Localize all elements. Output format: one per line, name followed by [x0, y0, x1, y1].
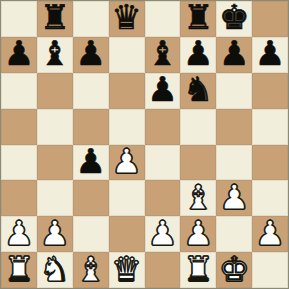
chess-board[interactable]: ♜♛♜♚♟♝♟♝♟♟♟♟♞♟♟♝♟♟♟♟♟♟♜♞♝♛♜♚: [0, 0, 289, 289]
piece-white-bishop[interactable]: ♝: [75, 252, 105, 287]
square-d1[interactable]: ♛: [109, 252, 145, 288]
square-b3[interactable]: [37, 180, 73, 216]
piece-black-king[interactable]: ♚: [219, 0, 249, 35]
square-h6[interactable]: [252, 73, 288, 109]
square-f3[interactable]: ♝: [180, 180, 216, 216]
square-h3[interactable]: [252, 180, 288, 216]
piece-white-pawn[interactable]: ♟: [111, 144, 141, 179]
piece-black-bishop[interactable]: ♝: [147, 36, 177, 71]
square-h5[interactable]: [252, 109, 288, 145]
piece-white-queen[interactable]: ♛: [111, 252, 141, 287]
square-e2[interactable]: ♟: [145, 216, 181, 252]
piece-black-bishop[interactable]: ♝: [40, 36, 70, 71]
square-a3[interactable]: [1, 180, 37, 216]
square-d7[interactable]: [109, 37, 145, 73]
square-f1[interactable]: ♜: [180, 252, 216, 288]
piece-white-pawn[interactable]: ♟: [4, 216, 34, 251]
square-c8[interactable]: [73, 1, 109, 37]
piece-black-rook[interactable]: ♜: [183, 0, 213, 35]
square-g7[interactable]: ♟: [216, 37, 252, 73]
square-h2[interactable]: ♟: [252, 216, 288, 252]
square-h8[interactable]: [252, 1, 288, 37]
square-a7[interactable]: ♟: [1, 37, 37, 73]
square-d5[interactable]: [109, 109, 145, 145]
square-b1[interactable]: ♞: [37, 252, 73, 288]
square-b5[interactable]: [37, 109, 73, 145]
square-e8[interactable]: [145, 1, 181, 37]
square-b2[interactable]: ♟: [37, 216, 73, 252]
piece-white-knight[interactable]: ♞: [40, 252, 70, 287]
square-f5[interactable]: [180, 109, 216, 145]
square-g5[interactable]: [216, 109, 252, 145]
piece-white-pawn[interactable]: ♟: [40, 216, 70, 251]
piece-black-pawn[interactable]: ♟: [255, 36, 285, 71]
piece-white-bishop[interactable]: ♝: [183, 180, 213, 215]
square-f2[interactable]: ♟: [180, 216, 216, 252]
square-c4[interactable]: ♟: [73, 145, 109, 181]
square-a6[interactable]: [1, 73, 37, 109]
square-f8[interactable]: ♜: [180, 1, 216, 37]
square-b8[interactable]: ♜: [37, 1, 73, 37]
square-c5[interactable]: [73, 109, 109, 145]
piece-black-knight[interactable]: ♞: [183, 72, 213, 107]
square-c7[interactable]: ♟: [73, 37, 109, 73]
square-e4[interactable]: [145, 145, 181, 181]
piece-black-rook[interactable]: ♜: [40, 0, 70, 35]
square-h1[interactable]: [252, 252, 288, 288]
square-b4[interactable]: [37, 145, 73, 181]
square-e1[interactable]: [145, 252, 181, 288]
square-e5[interactable]: [145, 109, 181, 145]
square-a2[interactable]: ♟: [1, 216, 37, 252]
square-g6[interactable]: [216, 73, 252, 109]
piece-black-queen[interactable]: ♛: [111, 0, 141, 35]
square-e6[interactable]: ♟: [145, 73, 181, 109]
piece-white-pawn[interactable]: ♟: [219, 180, 249, 215]
square-f6[interactable]: ♞: [180, 73, 216, 109]
square-g2[interactable]: [216, 216, 252, 252]
square-f7[interactable]: ♟: [180, 37, 216, 73]
piece-white-pawn[interactable]: ♟: [183, 216, 213, 251]
square-e3[interactable]: [145, 180, 181, 216]
piece-black-pawn[interactable]: ♟: [183, 36, 213, 71]
square-c6[interactable]: [73, 73, 109, 109]
square-c2[interactable]: [73, 216, 109, 252]
square-f4[interactable]: [180, 145, 216, 181]
piece-black-pawn[interactable]: ♟: [75, 36, 105, 71]
square-e7[interactable]: ♝: [145, 37, 181, 73]
piece-white-rook[interactable]: ♜: [4, 252, 34, 287]
square-d2[interactable]: [109, 216, 145, 252]
square-g3[interactable]: ♟: [216, 180, 252, 216]
piece-white-rook[interactable]: ♜: [183, 252, 213, 287]
piece-black-pawn[interactable]: ♟: [147, 72, 177, 107]
piece-black-pawn[interactable]: ♟: [219, 36, 249, 71]
square-a5[interactable]: [1, 109, 37, 145]
square-h4[interactable]: [252, 145, 288, 181]
square-b6[interactable]: [37, 73, 73, 109]
square-a8[interactable]: [1, 1, 37, 37]
square-g4[interactable]: [216, 145, 252, 181]
square-d3[interactable]: [109, 180, 145, 216]
square-g8[interactable]: ♚: [216, 1, 252, 37]
square-c1[interactable]: ♝: [73, 252, 109, 288]
square-g1[interactable]: ♚: [216, 252, 252, 288]
piece-white-king[interactable]: ♚: [219, 252, 249, 287]
square-c3[interactable]: [73, 180, 109, 216]
piece-black-pawn[interactable]: ♟: [75, 144, 105, 179]
piece-white-pawn[interactable]: ♟: [255, 216, 285, 251]
square-b7[interactable]: ♝: [37, 37, 73, 73]
piece-white-pawn[interactable]: ♟: [147, 216, 177, 251]
square-d4[interactable]: ♟: [109, 145, 145, 181]
square-d6[interactable]: [109, 73, 145, 109]
piece-black-pawn[interactable]: ♟: [4, 36, 34, 71]
square-a1[interactable]: ♜: [1, 252, 37, 288]
square-a4[interactable]: [1, 145, 37, 181]
square-d8[interactable]: ♛: [109, 1, 145, 37]
square-h7[interactable]: ♟: [252, 37, 288, 73]
